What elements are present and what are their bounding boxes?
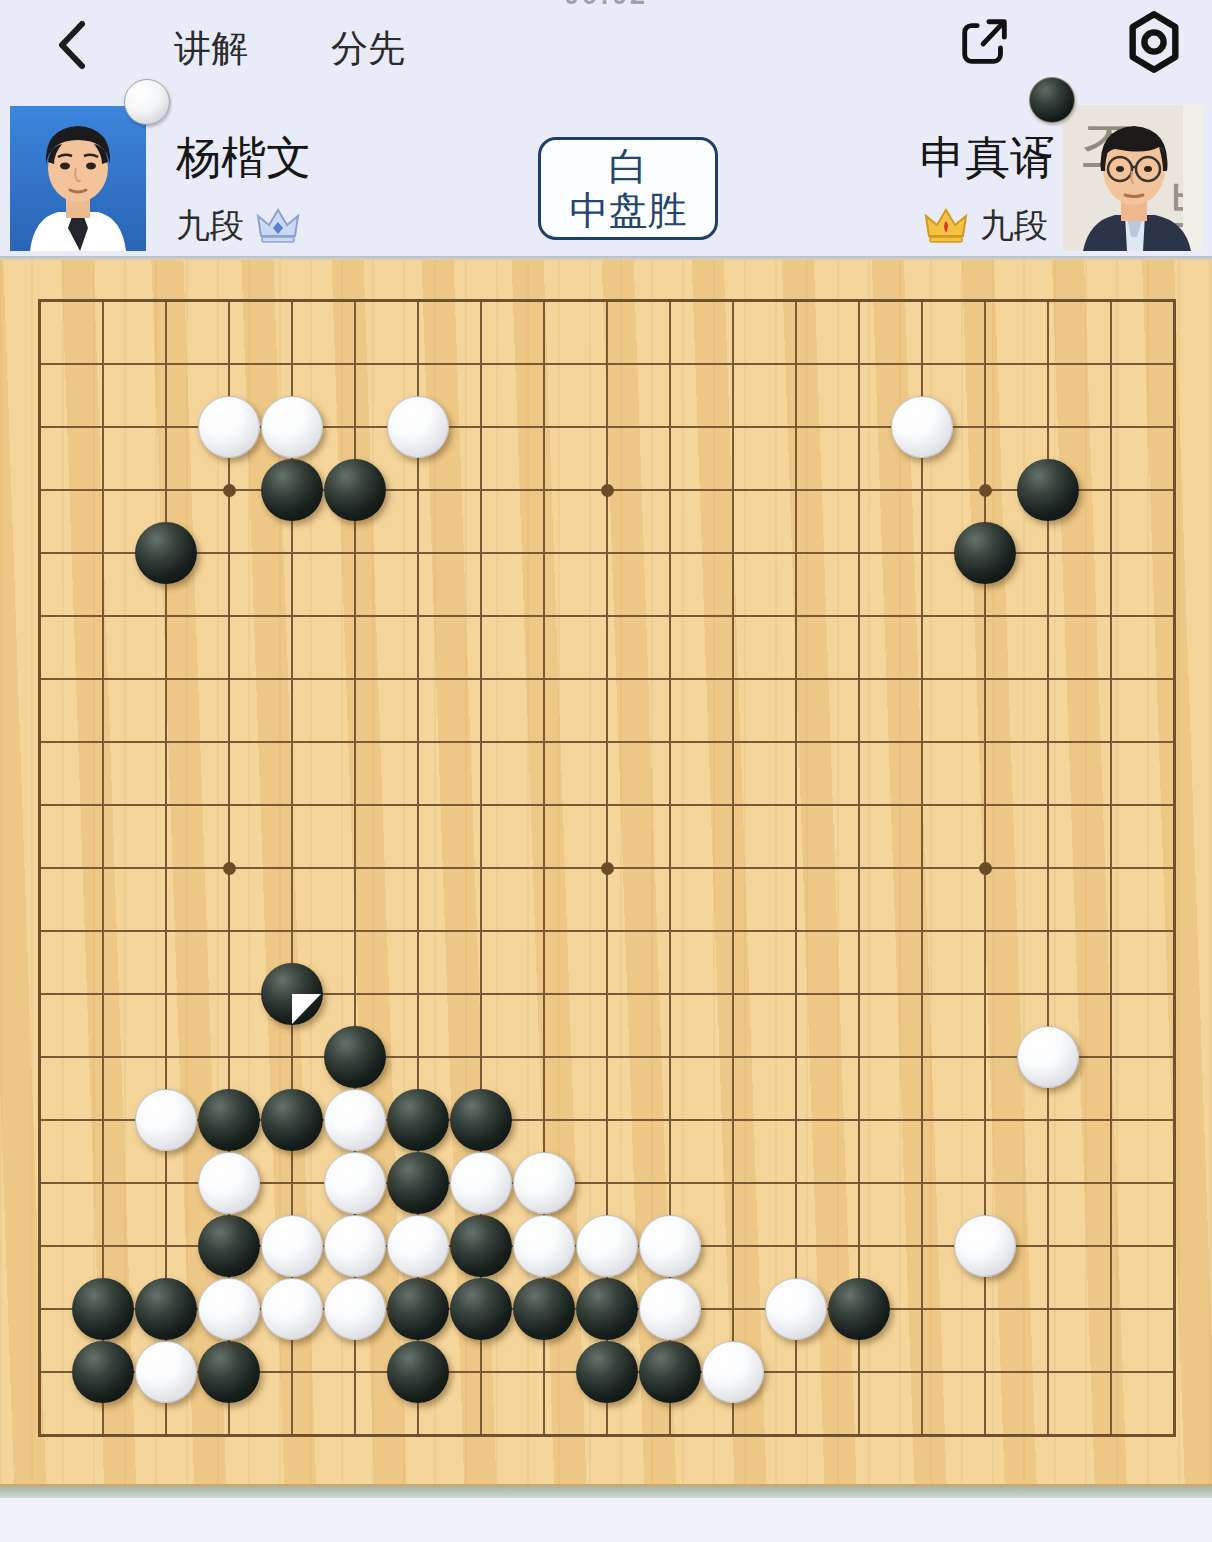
white-stone <box>450 1152 512 1214</box>
black-stone <box>135 522 197 584</box>
right-player-avatar: 조 보 <box>1063 105 1203 251</box>
timer-text: 00:02 <box>0 0 1212 11</box>
star-point <box>601 862 614 875</box>
result-method: 中盘胜 <box>570 189 687 233</box>
white-stone <box>135 1341 197 1403</box>
white-stone <box>324 1152 386 1214</box>
black-stone <box>387 1152 449 1214</box>
go-board[interactable] <box>0 260 1212 1484</box>
gold-crown-icon <box>924 206 968 246</box>
white-stone <box>765 1278 827 1340</box>
white-stone <box>261 1215 323 1277</box>
black-stone <box>387 1278 449 1340</box>
left-player-name: 杨楷文 <box>176 128 311 188</box>
white-stone <box>639 1278 701 1340</box>
white-stone <box>702 1341 764 1403</box>
black-stone <box>198 1215 260 1277</box>
left-player-color-stone <box>124 79 170 125</box>
black-stone <box>324 459 386 521</box>
white-stone <box>891 396 953 458</box>
star-point <box>223 484 236 497</box>
black-stone <box>450 1278 512 1340</box>
app-screen: 00:02 讲解 分先 <box>0 0 1212 1542</box>
left-player-photo <box>10 106 146 251</box>
black-stone <box>261 963 323 1025</box>
silver-crown-icon <box>256 206 300 246</box>
left-player-rank-row: 九段 <box>176 203 300 249</box>
settings-icon <box>1122 10 1186 74</box>
black-stone <box>576 1341 638 1403</box>
black-stone <box>261 459 323 521</box>
black-stone <box>450 1089 512 1151</box>
tab-even-game[interactable]: 分先 <box>331 24 405 74</box>
star-point <box>979 862 992 875</box>
black-stone <box>954 522 1016 584</box>
white-stone <box>324 1089 386 1151</box>
right-player-rank: 九段 <box>980 203 1048 249</box>
white-stone <box>513 1152 575 1214</box>
white-stone <box>324 1215 386 1277</box>
right-player-photo: 조 보 <box>1063 105 1203 251</box>
black-stone <box>513 1278 575 1340</box>
black-stone <box>198 1341 260 1403</box>
black-stone <box>72 1278 134 1340</box>
right-player-color-stone <box>1029 77 1075 123</box>
white-stone <box>639 1215 701 1277</box>
back-chevron-icon <box>50 18 94 72</box>
white-stone <box>198 396 260 458</box>
black-stone <box>387 1089 449 1151</box>
black-stone <box>576 1278 638 1340</box>
black-stone <box>261 1089 323 1151</box>
white-stone <box>261 1278 323 1340</box>
bottom-panel <box>0 1498 1212 1542</box>
white-stone <box>135 1089 197 1151</box>
white-stone <box>261 396 323 458</box>
white-stone <box>198 1152 260 1214</box>
share-icon <box>956 14 1014 72</box>
white-stone <box>387 1215 449 1277</box>
black-stone <box>639 1341 701 1403</box>
white-stone <box>1017 1026 1079 1088</box>
back-button[interactable] <box>50 18 94 72</box>
black-stone <box>324 1026 386 1088</box>
black-stone <box>450 1215 512 1277</box>
tab-commentary[interactable]: 讲解 <box>174 24 248 74</box>
result-winner: 白 <box>609 145 648 189</box>
board-bottom-bevel <box>0 1484 1212 1498</box>
right-player-rank-row: 九段 <box>924 203 1048 249</box>
right-player-name: 申真谞 <box>920 128 1055 188</box>
star-point <box>601 484 614 497</box>
white-stone <box>198 1278 260 1340</box>
white-stone <box>387 396 449 458</box>
white-stone <box>324 1278 386 1340</box>
share-button[interactable] <box>956 14 1014 72</box>
white-stone <box>576 1215 638 1277</box>
black-stone <box>828 1278 890 1340</box>
white-stone <box>954 1215 1016 1277</box>
left-player-rank: 九段 <box>176 203 244 249</box>
black-stone <box>387 1341 449 1403</box>
white-stone <box>513 1215 575 1277</box>
black-stone <box>198 1089 260 1151</box>
settings-button[interactable] <box>1122 10 1186 74</box>
result-badge: 白 中盘胜 <box>538 137 718 240</box>
left-player-avatar <box>10 106 146 251</box>
star-point <box>979 484 992 497</box>
black-stone <box>135 1278 197 1340</box>
star-point <box>223 862 236 875</box>
black-stone <box>72 1341 134 1403</box>
black-stone <box>1017 459 1079 521</box>
